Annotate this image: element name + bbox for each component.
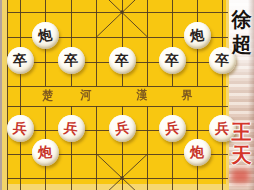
player-name-black: 徐超 xyxy=(229,7,254,56)
piece-character: 兵 xyxy=(114,120,130,136)
piece-character: 卒 xyxy=(64,53,78,67)
player-name-char: 王 xyxy=(229,121,254,144)
river-char: 界 xyxy=(182,87,193,103)
piece-black-soldier[interactable]: 卒 xyxy=(7,47,34,74)
partial-red-text-blur xyxy=(231,169,250,183)
piece-character: 兵 xyxy=(164,120,179,135)
piece-character: 兵 xyxy=(63,120,79,136)
piece-black-soldier[interactable]: 卒 xyxy=(58,47,85,74)
player-name-char: 超 xyxy=(229,32,254,57)
piece-character: 兵 xyxy=(215,121,229,135)
river-char: 河 xyxy=(81,87,92,103)
screenshot-root: 楚河漢界 炮炮卒卒卒卒卒兵兵兵兵炮炮兵 徐超 王天 xyxy=(0,0,254,190)
player-name-char: 徐 xyxy=(229,7,254,32)
piece-black-soldier[interactable]: 卒 xyxy=(109,47,136,74)
piece-red-cannon[interactable]: 炮 xyxy=(32,139,59,166)
piece-character: 卒 xyxy=(215,53,230,68)
piece-character: 炮 xyxy=(37,27,53,43)
piece-character: 卒 xyxy=(115,53,129,67)
piece-red-soldier[interactable]: 兵 xyxy=(159,115,186,142)
player-name-char: 天 xyxy=(229,144,254,167)
player-name-red: 王天 xyxy=(229,121,254,166)
piece-character: 炮 xyxy=(189,27,204,42)
piece-black-cannon[interactable]: 炮 xyxy=(184,22,211,49)
piece-red-cannon[interactable]: 炮 xyxy=(184,139,211,166)
piece-red-soldier[interactable]: 兵 xyxy=(58,115,85,142)
piece-black-soldier[interactable]: 卒 xyxy=(159,47,186,74)
piece-red-soldier[interactable]: 兵 xyxy=(7,115,34,142)
piece-character: 炮 xyxy=(190,145,204,159)
piece-red-soldier[interactable]: 兵 xyxy=(109,115,136,142)
piece-character: 卒 xyxy=(165,53,179,67)
river-char: 漢 xyxy=(137,87,148,103)
piece-character: 炮 xyxy=(38,145,53,160)
piece-black-cannon[interactable]: 炮 xyxy=(32,22,59,49)
piece-character: 卒 xyxy=(13,53,28,68)
river-char: 楚 xyxy=(43,87,54,103)
piece-character: 兵 xyxy=(12,120,27,135)
